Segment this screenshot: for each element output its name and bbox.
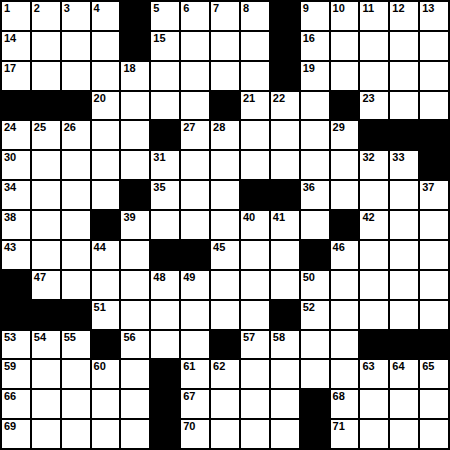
cell-r6c2[interactable] — [31, 150, 61, 180]
cell-r6c4[interactable] — [91, 150, 121, 180]
cell-r6c9[interactable] — [240, 150, 270, 180]
cell-r13c10[interactable] — [270, 359, 300, 389]
cell-r10c5[interactable] — [120, 270, 150, 300]
clue-number: 20 — [94, 92, 106, 105]
clue-number: 8 — [243, 2, 249, 15]
clue-number: 24 — [4, 121, 16, 134]
clue-number: 38 — [4, 211, 16, 224]
clue-number: 13 — [422, 2, 434, 15]
clue-number: 21 — [243, 92, 255, 105]
clue-number: 61 — [183, 360, 195, 373]
clue-number: 7 — [213, 2, 219, 15]
cell-r4c8 — [210, 91, 240, 121]
cell-r9c13[interactable] — [359, 240, 389, 270]
clue-number: 41 — [273, 211, 285, 224]
cell-r7c4[interactable] — [91, 180, 121, 210]
clue-number: 19 — [303, 62, 315, 75]
cell-r11c15[interactable] — [419, 300, 449, 330]
cell-r4c10[interactable]: 22 — [270, 91, 300, 121]
clue-number: 59 — [4, 360, 16, 373]
clue-number: 42 — [362, 211, 374, 224]
clue-number: 6 — [183, 2, 189, 15]
cell-r4c13[interactable]: 23 — [359, 91, 389, 121]
crossword-board: 1234567891011121314151617181920212223242… — [0, 0, 450, 450]
cell-r8c3[interactable] — [61, 210, 91, 240]
cell-r15c14[interactable] — [389, 419, 419, 449]
cell-r5c10[interactable] — [270, 120, 300, 150]
cell-r8c4 — [91, 210, 121, 240]
clue-number: 55 — [64, 331, 76, 344]
cell-r15c13[interactable] — [359, 419, 389, 449]
clue-number: 26 — [64, 121, 76, 134]
clue-number: 64 — [392, 360, 404, 373]
cell-r4c1 — [1, 91, 31, 121]
cell-r15c6 — [150, 419, 180, 449]
cell-r13c9[interactable] — [240, 359, 270, 389]
clue-number: 15 — [153, 32, 165, 45]
cell-r2c8[interactable] — [210, 31, 240, 61]
clue-number: 28 — [213, 121, 225, 134]
cell-r6c10[interactable] — [270, 150, 300, 180]
clue-number: 23 — [362, 92, 374, 105]
cell-r13c12[interactable] — [330, 359, 360, 389]
clue-number: 33 — [392, 151, 404, 164]
cell-r7c2[interactable] — [31, 180, 61, 210]
cell-r1c10 — [270, 1, 300, 31]
clue-number: 11 — [362, 2, 374, 15]
cell-r12c3[interactable]: 55 — [61, 330, 91, 360]
cell-r7c10 — [270, 180, 300, 210]
cell-r10c10[interactable] — [270, 270, 300, 300]
cell-r8c10[interactable]: 41 — [270, 210, 300, 240]
cell-r4c11[interactable] — [300, 91, 330, 121]
clue-number: 12 — [392, 2, 404, 15]
clue-number: 63 — [362, 360, 374, 373]
cell-r2c12[interactable] — [330, 31, 360, 61]
cell-r5c14 — [389, 120, 419, 150]
cell-r6c1[interactable]: 30 — [1, 150, 31, 180]
cell-r8c8[interactable] — [210, 210, 240, 240]
cell-r1c15[interactable]: 13 — [419, 1, 449, 31]
clue-number: 66 — [4, 390, 16, 403]
cell-r14c6 — [150, 389, 180, 419]
cell-r1c13[interactable]: 11 — [359, 1, 389, 31]
cell-r7c9 — [240, 180, 270, 210]
cell-r9c9[interactable] — [240, 240, 270, 270]
cell-r10c4[interactable] — [91, 270, 121, 300]
cell-r14c11 — [300, 389, 330, 419]
cell-r9c12[interactable]: 46 — [330, 240, 360, 270]
cell-r3c8[interactable] — [210, 61, 240, 91]
cell-r10c1 — [1, 270, 31, 300]
clue-number: 56 — [123, 331, 135, 344]
cell-r4c7[interactable] — [180, 91, 210, 121]
cell-r11c8[interactable] — [210, 300, 240, 330]
cell-r3c9[interactable] — [240, 61, 270, 91]
cell-r2c14[interactable] — [389, 31, 419, 61]
cell-r12c5[interactable]: 56 — [120, 330, 150, 360]
cell-r6c12[interactable] — [330, 150, 360, 180]
cell-r12c7[interactable] — [180, 330, 210, 360]
cell-r4c4[interactable]: 20 — [91, 91, 121, 121]
clue-number: 31 — [153, 151, 165, 164]
cell-r2c4[interactable] — [91, 31, 121, 61]
cell-r12c14 — [389, 330, 419, 360]
cell-r15c10[interactable] — [270, 419, 300, 449]
cell-r7c12[interactable] — [330, 180, 360, 210]
cell-r15c1[interactable]: 69 — [1, 419, 31, 449]
cell-r14c15[interactable] — [419, 389, 449, 419]
cell-r11c2 — [31, 300, 61, 330]
cell-r7c6[interactable]: 35 — [150, 180, 180, 210]
cell-r3c7[interactable] — [180, 61, 210, 91]
cell-r14c12[interactable]: 68 — [330, 389, 360, 419]
cell-r12c6[interactable] — [150, 330, 180, 360]
clue-number: 10 — [333, 2, 345, 15]
cell-r9c2[interactable] — [31, 240, 61, 270]
cell-r2c6[interactable]: 15 — [150, 31, 180, 61]
cell-r9c6 — [150, 240, 180, 270]
clue-number: 37 — [422, 181, 434, 194]
cell-r14c1[interactable]: 66 — [1, 389, 31, 419]
cell-r4c9[interactable]: 21 — [240, 91, 270, 121]
cell-r15c11 — [300, 419, 330, 449]
cell-r1c4[interactable]: 4 — [91, 1, 121, 31]
cell-r6c13[interactable]: 32 — [359, 150, 389, 180]
cell-r13c1[interactable]: 59 — [1, 359, 31, 389]
cell-r2c3[interactable] — [61, 31, 91, 61]
cell-r4c2 — [31, 91, 61, 121]
cell-r12c8 — [210, 330, 240, 360]
cell-r2c9[interactable] — [240, 31, 270, 61]
cell-r13c2[interactable] — [31, 359, 61, 389]
clue-number: 18 — [123, 62, 135, 75]
cell-r10c6[interactable]: 48 — [150, 270, 180, 300]
clue-number: 69 — [4, 420, 16, 433]
cell-r12c9[interactable]: 57 — [240, 330, 270, 360]
clue-number: 51 — [94, 301, 106, 314]
clue-number: 70 — [183, 420, 195, 433]
clue-number: 4 — [94, 2, 100, 15]
clue-number: 43 — [4, 241, 16, 254]
cell-r6c7[interactable] — [180, 150, 210, 180]
cell-r5c12[interactable]: 29 — [330, 120, 360, 150]
cell-r10c7[interactable]: 49 — [180, 270, 210, 300]
clue-number: 32 — [362, 151, 374, 164]
cell-r14c8[interactable] — [210, 389, 240, 419]
clue-number: 62 — [213, 360, 225, 373]
clue-number: 14 — [4, 32, 16, 45]
cell-r10c13[interactable] — [359, 270, 389, 300]
cell-r15c15[interactable] — [419, 419, 449, 449]
clue-number: 49 — [183, 271, 195, 284]
cell-r5c15 — [419, 120, 449, 150]
cell-r12c10[interactable]: 58 — [270, 330, 300, 360]
cell-r13c3[interactable] — [61, 359, 91, 389]
cell-r15c12[interactable]: 71 — [330, 419, 360, 449]
clue-number: 53 — [4, 331, 16, 344]
clue-number: 47 — [34, 271, 46, 284]
cell-r5c2[interactable]: 25 — [31, 120, 61, 150]
clue-number: 50 — [303, 271, 315, 284]
cell-r6c11[interactable] — [300, 150, 330, 180]
cell-r2c15[interactable] — [419, 31, 449, 61]
clue-number: 16 — [303, 32, 315, 45]
cell-r14c3[interactable] — [61, 389, 91, 419]
clue-number: 52 — [303, 301, 315, 314]
cell-r1c6[interactable]: 5 — [150, 1, 180, 31]
cell-r14c4[interactable] — [91, 389, 121, 419]
cell-r2c1[interactable]: 14 — [1, 31, 31, 61]
cell-r1c5 — [120, 1, 150, 31]
cell-r12c1[interactable]: 53 — [1, 330, 31, 360]
cell-r2c13[interactable] — [359, 31, 389, 61]
cell-r13c15[interactable]: 65 — [419, 359, 449, 389]
cell-r3c13[interactable] — [359, 61, 389, 91]
clue-number: 44 — [94, 241, 106, 254]
cell-r8c2[interactable] — [31, 210, 61, 240]
cell-r3c1[interactable]: 17 — [1, 61, 31, 91]
clue-number: 45 — [213, 241, 225, 254]
cell-r3c12[interactable] — [330, 61, 360, 91]
cell-r7c15[interactable]: 37 — [419, 180, 449, 210]
cell-r5c9[interactable] — [240, 120, 270, 150]
cell-r8c9[interactable]: 40 — [240, 210, 270, 240]
cell-r2c2[interactable] — [31, 31, 61, 61]
cell-r15c5[interactable] — [120, 419, 150, 449]
cell-r11c6[interactable] — [150, 300, 180, 330]
clue-number: 22 — [273, 92, 285, 105]
cell-r1c9[interactable]: 8 — [240, 1, 270, 31]
cell-r1c14[interactable]: 12 — [389, 1, 419, 31]
cell-r12c11[interactable] — [300, 330, 330, 360]
cell-r2c11[interactable]: 16 — [300, 31, 330, 61]
cell-r9c3[interactable] — [61, 240, 91, 270]
cell-r7c5 — [120, 180, 150, 210]
cell-r10c8[interactable] — [210, 270, 240, 300]
cell-r8c13[interactable]: 42 — [359, 210, 389, 240]
cell-r9c10[interactable] — [270, 240, 300, 270]
cell-r13c5[interactable] — [120, 359, 150, 389]
cell-r1c2[interactable]: 2 — [31, 1, 61, 31]
cell-r11c5[interactable] — [120, 300, 150, 330]
cell-r15c8[interactable] — [210, 419, 240, 449]
clue-number: 46 — [333, 241, 345, 254]
clue-number: 1 — [4, 2, 10, 15]
cell-r10c11[interactable]: 50 — [300, 270, 330, 300]
cell-r4c3 — [61, 91, 91, 121]
clue-number: 3 — [64, 2, 70, 15]
cell-r14c9[interactable] — [240, 389, 270, 419]
clue-number: 25 — [34, 121, 46, 134]
cell-r3c6[interactable] — [150, 61, 180, 91]
cell-r15c9[interactable] — [240, 419, 270, 449]
cell-r12c4 — [91, 330, 121, 360]
cell-r8c14[interactable] — [389, 210, 419, 240]
clue-number: 54 — [34, 331, 46, 344]
cell-r15c4[interactable] — [91, 419, 121, 449]
cell-r3c11[interactable]: 19 — [300, 61, 330, 91]
clue-number: 39 — [123, 211, 135, 224]
cell-r12c15 — [419, 330, 449, 360]
cell-r5c13 — [359, 120, 389, 150]
cell-r9c11 — [300, 240, 330, 270]
cell-r6c5[interactable] — [120, 150, 150, 180]
cell-r8c7[interactable] — [180, 210, 210, 240]
cell-r4c6[interactable] — [150, 91, 180, 121]
cell-r8c12 — [330, 210, 360, 240]
cell-r8c1[interactable]: 38 — [1, 210, 31, 240]
cell-r13c11[interactable] — [300, 359, 330, 389]
clue-number: 67 — [183, 390, 195, 403]
cell-r9c8[interactable]: 45 — [210, 240, 240, 270]
cell-r3c5[interactable]: 18 — [120, 61, 150, 91]
cell-r15c2[interactable] — [31, 419, 61, 449]
cell-r6c3[interactable] — [61, 150, 91, 180]
cell-r1c8[interactable]: 7 — [210, 1, 240, 31]
cell-r4c12 — [330, 91, 360, 121]
clue-number: 35 — [153, 181, 165, 194]
cell-r6c8[interactable] — [210, 150, 240, 180]
cell-r13c8[interactable]: 62 — [210, 359, 240, 389]
cell-r13c14[interactable]: 64 — [389, 359, 419, 389]
cell-r15c3[interactable] — [61, 419, 91, 449]
cell-r11c13[interactable] — [359, 300, 389, 330]
cell-r13c7[interactable]: 61 — [180, 359, 210, 389]
cell-r7c11[interactable]: 36 — [300, 180, 330, 210]
cell-r7c13[interactable] — [359, 180, 389, 210]
cell-r11c14[interactable] — [389, 300, 419, 330]
cell-r3c3[interactable] — [61, 61, 91, 91]
clue-number: 71 — [333, 420, 345, 433]
clue-number: 9 — [303, 2, 309, 15]
clue-number: 27 — [183, 121, 195, 134]
cell-r5c7[interactable]: 27 — [180, 120, 210, 150]
cell-r7c8[interactable] — [210, 180, 240, 210]
cell-r3c4[interactable] — [91, 61, 121, 91]
cell-r1c7[interactable]: 6 — [180, 1, 210, 31]
cell-r8c5[interactable]: 39 — [120, 210, 150, 240]
cell-r14c7[interactable]: 67 — [180, 389, 210, 419]
cell-r1c11[interactable]: 9 — [300, 1, 330, 31]
cell-r7c7[interactable] — [180, 180, 210, 210]
cell-r11c10 — [270, 300, 300, 330]
cell-r9c5[interactable] — [120, 240, 150, 270]
cell-r1c1[interactable]: 1 — [1, 1, 31, 31]
cell-r9c7 — [180, 240, 210, 270]
cell-r7c3[interactable] — [61, 180, 91, 210]
cell-r5c1[interactable]: 24 — [1, 120, 31, 150]
cell-r4c15[interactable] — [419, 91, 449, 121]
cell-r5c11[interactable] — [300, 120, 330, 150]
cell-r15c7[interactable]: 70 — [180, 419, 210, 449]
cell-r2c7[interactable] — [180, 31, 210, 61]
cell-r5c5[interactable] — [120, 120, 150, 150]
clue-number: 30 — [4, 151, 16, 164]
clue-number: 29 — [333, 121, 345, 134]
cell-r8c11[interactable] — [300, 210, 330, 240]
cell-r12c2[interactable]: 54 — [31, 330, 61, 360]
cell-r13c6 — [150, 359, 180, 389]
cell-r10c2[interactable]: 47 — [31, 270, 61, 300]
cell-r2c5 — [120, 31, 150, 61]
cell-r4c5[interactable] — [120, 91, 150, 121]
cell-r1c3[interactable]: 3 — [61, 1, 91, 31]
cell-r14c10[interactable] — [270, 389, 300, 419]
cell-r2c10 — [270, 31, 300, 61]
cell-r14c14[interactable] — [389, 389, 419, 419]
cell-r10c15[interactable] — [419, 270, 449, 300]
cell-r11c11[interactable]: 52 — [300, 300, 330, 330]
cell-r14c13[interactable] — [359, 389, 389, 419]
cell-r13c13[interactable]: 63 — [359, 359, 389, 389]
cell-r14c2[interactable] — [31, 389, 61, 419]
clue-number: 48 — [153, 271, 165, 284]
cell-r11c9[interactable] — [240, 300, 270, 330]
cell-r8c6[interactable] — [150, 210, 180, 240]
cell-r11c1 — [1, 300, 31, 330]
clue-number: 34 — [4, 181, 16, 194]
cell-r5c6 — [150, 120, 180, 150]
cell-r11c7[interactable] — [180, 300, 210, 330]
cell-r11c12[interactable] — [330, 300, 360, 330]
cell-r12c13 — [359, 330, 389, 360]
cell-r11c3 — [61, 300, 91, 330]
clue-number: 5 — [153, 2, 159, 15]
cell-r9c4[interactable]: 44 — [91, 240, 121, 270]
clue-number: 57 — [243, 331, 255, 344]
cell-r4c14[interactable] — [389, 91, 419, 121]
cell-r6c15 — [419, 150, 449, 180]
cell-r3c10 — [270, 61, 300, 91]
cell-r9c1[interactable]: 43 — [1, 240, 31, 270]
cell-r7c1[interactable]: 34 — [1, 180, 31, 210]
cell-r5c4[interactable] — [91, 120, 121, 150]
clue-number: 17 — [4, 62, 16, 75]
cell-r9c14[interactable] — [389, 240, 419, 270]
cell-r10c12[interactable] — [330, 270, 360, 300]
cell-r12c12[interactable] — [330, 330, 360, 360]
cell-r5c8[interactable]: 28 — [210, 120, 240, 150]
cell-r3c2[interactable] — [31, 61, 61, 91]
clue-number: 36 — [303, 181, 315, 194]
cell-r10c14[interactable] — [389, 270, 419, 300]
cell-r7c14[interactable] — [389, 180, 419, 210]
clue-number: 40 — [243, 211, 255, 224]
clue-number: 58 — [273, 331, 285, 344]
cell-r3c15[interactable] — [419, 61, 449, 91]
clue-number: 65 — [422, 360, 434, 373]
cell-r10c9[interactable] — [240, 270, 270, 300]
clue-number: 68 — [333, 390, 345, 403]
cell-r9c15[interactable] — [419, 240, 449, 270]
cell-r11c4[interactable]: 51 — [91, 300, 121, 330]
cell-r14c5[interactable] — [120, 389, 150, 419]
cell-r6c14[interactable]: 33 — [389, 150, 419, 180]
cell-r3c14[interactable] — [389, 61, 419, 91]
cell-r13c4[interactable]: 60 — [91, 359, 121, 389]
cell-r10c3[interactable] — [61, 270, 91, 300]
cell-r1c12[interactable]: 10 — [330, 1, 360, 31]
clue-number: 2 — [34, 2, 40, 15]
clue-number: 60 — [94, 360, 106, 373]
cell-r6c6[interactable]: 31 — [150, 150, 180, 180]
cell-r5c3[interactable]: 26 — [61, 120, 91, 150]
cell-r8c15[interactable] — [419, 210, 449, 240]
